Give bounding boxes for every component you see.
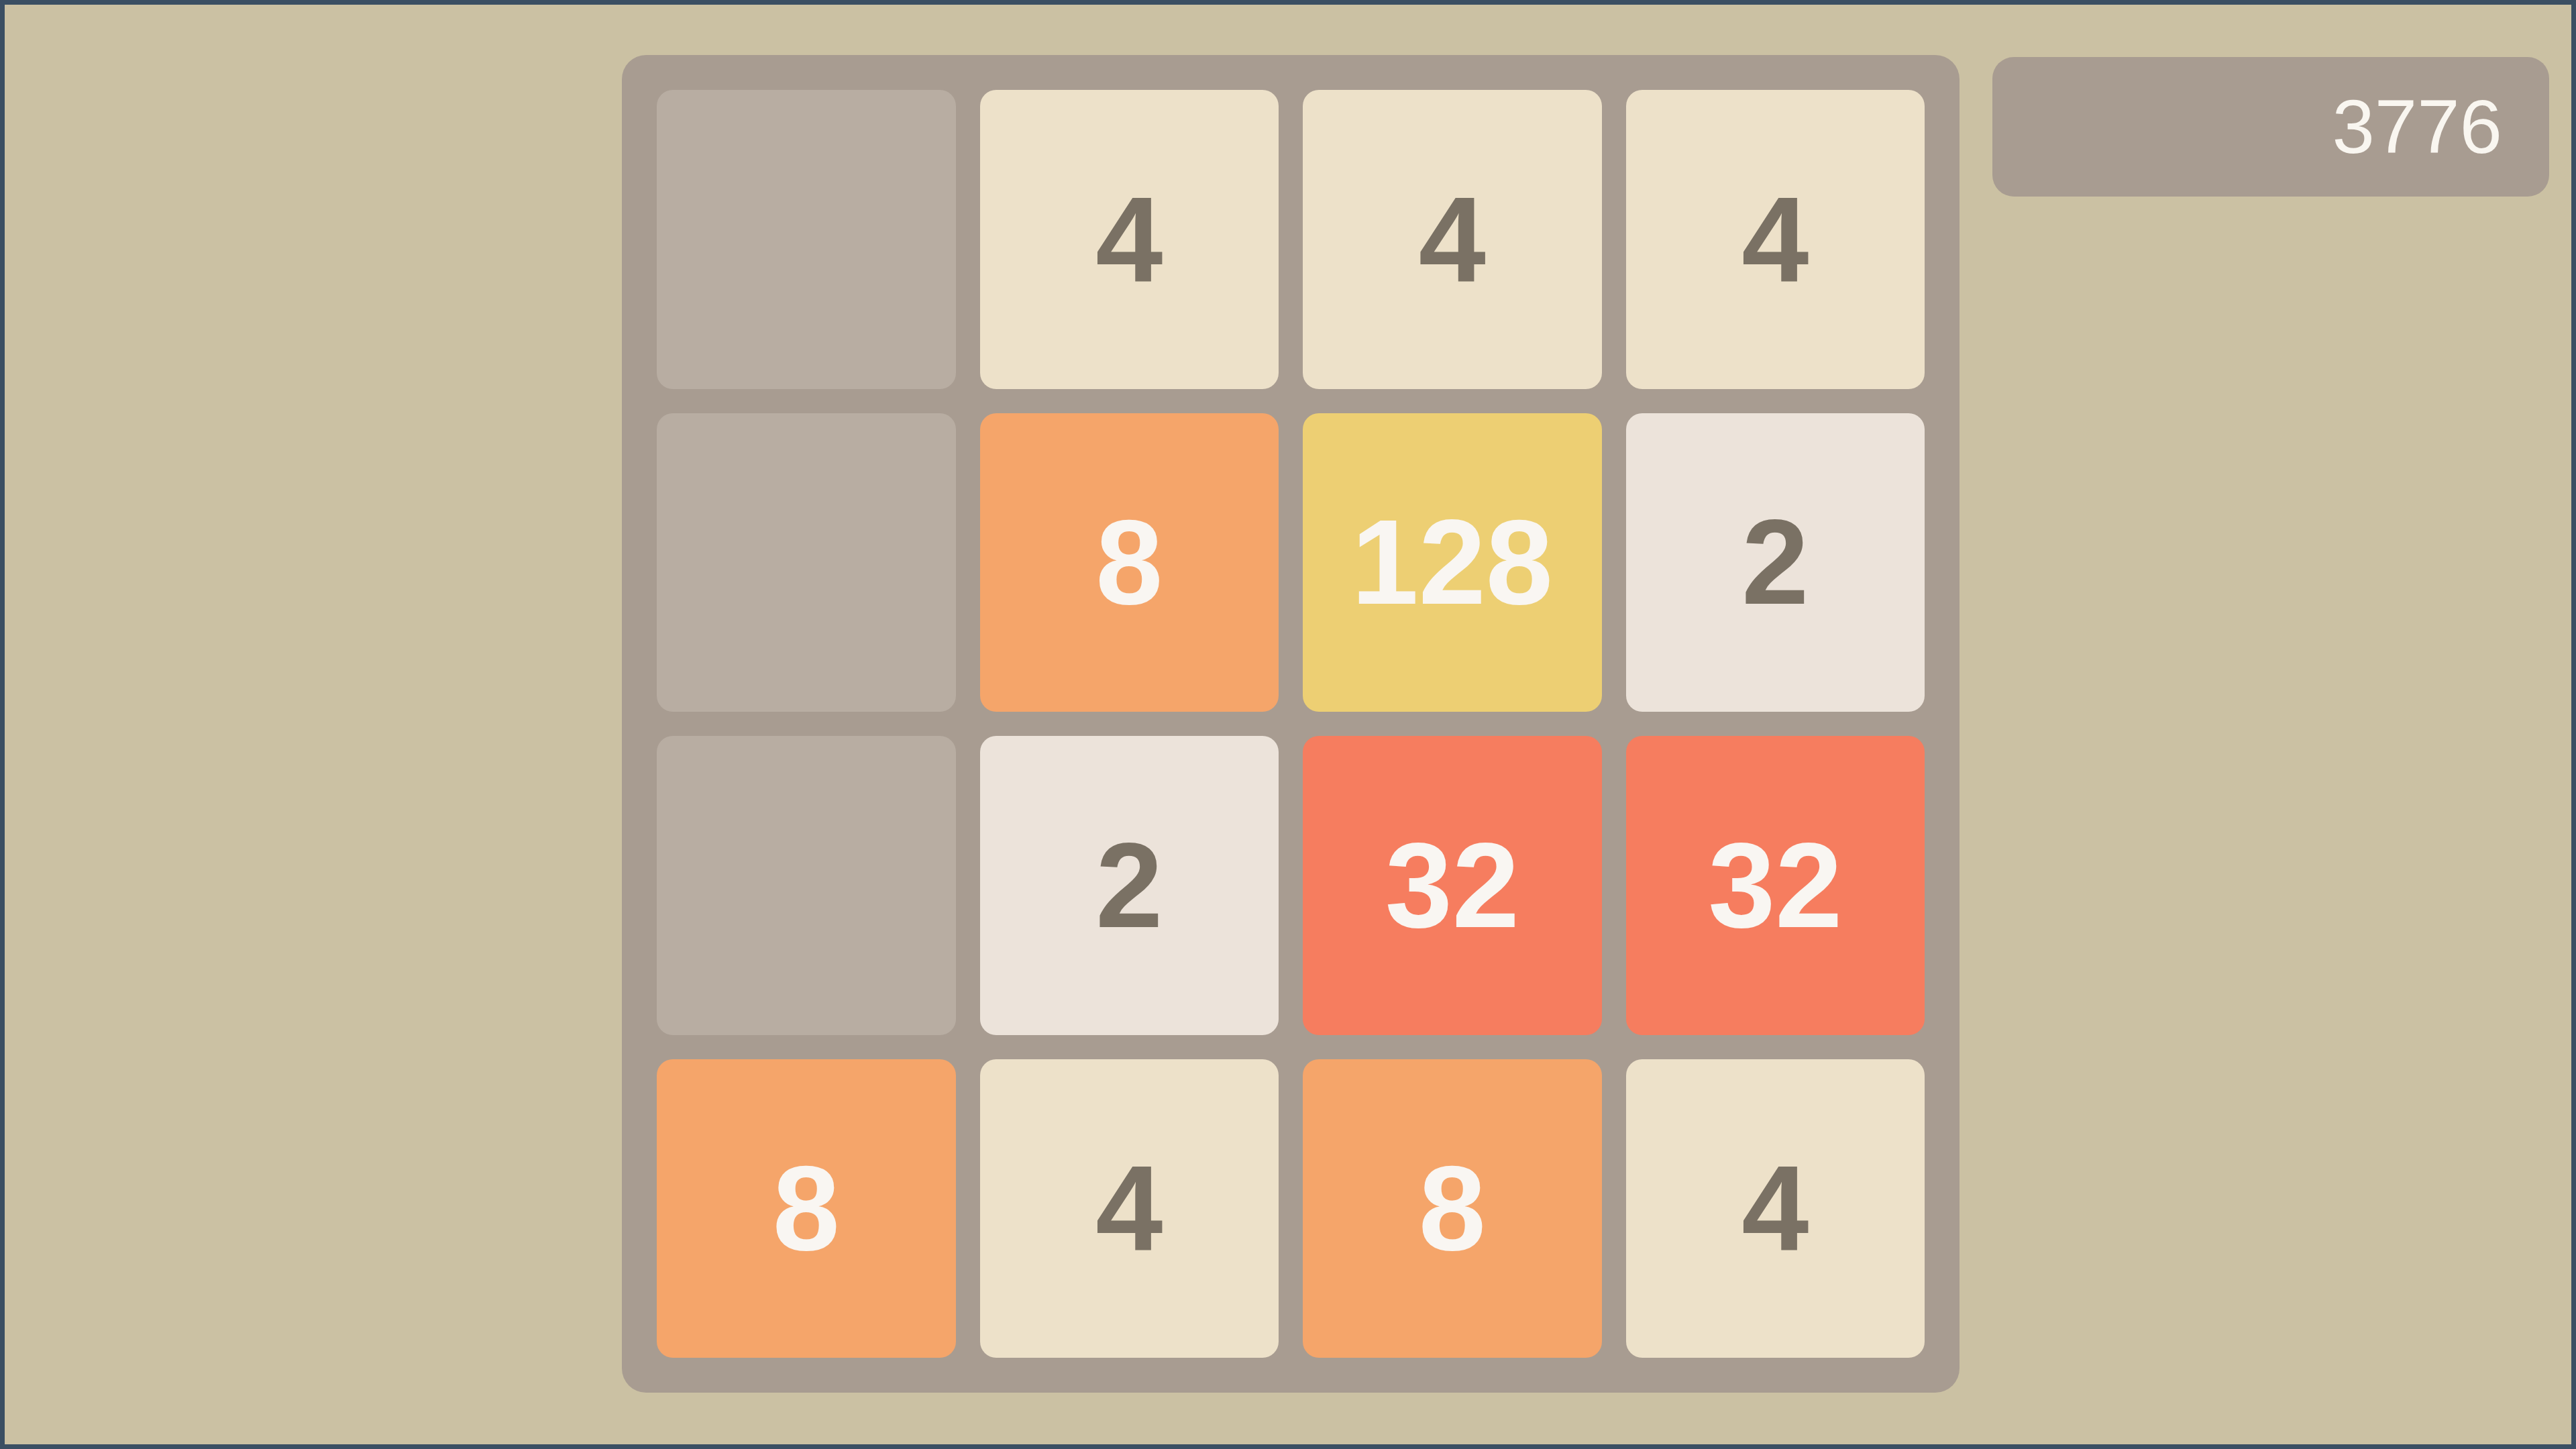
board-2048[interactable]: 44481282232328484 [622, 55, 1960, 1393]
score-box: 3776 [1992, 57, 2549, 197]
tile-128-r2c3: 128 [1303, 413, 1602, 712]
tile-8-r4c3: 8 [1303, 1059, 1602, 1358]
tile-4-r4c4: 4 [1626, 1059, 1925, 1358]
empty-cell-r2c1 [657, 413, 956, 712]
tile-32-r3c4: 32 [1626, 736, 1925, 1035]
tile-8-r4c1: 8 [657, 1059, 956, 1358]
empty-cell-r1c1 [657, 90, 956, 389]
tile-2-r2c4: 2 [1626, 413, 1925, 712]
tile-4-r1c2: 4 [980, 90, 1279, 389]
tile-4-r1c4: 4 [1626, 90, 1925, 389]
tile-8-r2c2: 8 [980, 413, 1279, 712]
game-screen: { "game": "2048", "position": "0,4,4,4/0… [0, 0, 2576, 1449]
score-value: 3776 [2332, 89, 2502, 165]
tile-2-r3c2: 2 [980, 736, 1279, 1035]
tile-32-r3c3: 32 [1303, 736, 1602, 1035]
tile-4-r1c3: 4 [1303, 90, 1602, 389]
tile-4-r4c2: 4 [980, 1059, 1279, 1358]
empty-cell-r3c1 [657, 736, 956, 1035]
